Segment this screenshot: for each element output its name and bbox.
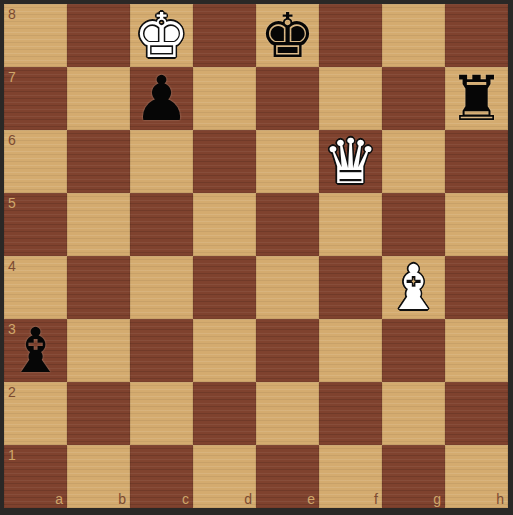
square-b7[interactable] (67, 67, 130, 130)
rank-label-4: 4 (8, 259, 16, 273)
rank-label-8: 8 (8, 7, 16, 21)
square-g6[interactable] (382, 130, 445, 193)
piece-white-queen[interactable]: ♛ (323, 130, 379, 193)
square-d8[interactable] (193, 4, 256, 67)
square-h3[interactable] (445, 319, 508, 382)
square-c5[interactable] (130, 193, 193, 256)
square-e4[interactable] (256, 256, 319, 319)
square-g2[interactable] (382, 382, 445, 445)
piece-white-king[interactable]: ♚ (134, 4, 190, 67)
rank-label-7: 7 (8, 70, 16, 84)
square-d6[interactable] (193, 130, 256, 193)
square-d3[interactable] (193, 319, 256, 382)
square-c6[interactable] (130, 130, 193, 193)
file-label-a: a (55, 492, 63, 506)
square-e3[interactable] (256, 319, 319, 382)
piece-black-king[interactable]: ♚ (260, 4, 316, 67)
file-label-e: e (307, 492, 315, 506)
square-h8[interactable] (445, 4, 508, 67)
square-a4[interactable]: 4 (4, 256, 67, 319)
file-label-b: b (118, 492, 126, 506)
square-d1[interactable]: d (193, 445, 256, 508)
square-b6[interactable] (67, 130, 130, 193)
file-label-f: f (374, 492, 378, 506)
square-d2[interactable] (193, 382, 256, 445)
square-c4[interactable] (130, 256, 193, 319)
square-c7[interactable]: ♟ (130, 67, 193, 130)
square-b3[interactable] (67, 319, 130, 382)
chess-board: 8♚♚7♟♜6♛54♝3♝21abcdefgh (4, 4, 508, 508)
piece-black-pawn[interactable]: ♟ (134, 67, 190, 130)
rank-label-6: 6 (8, 133, 16, 147)
file-label-d: d (244, 492, 252, 506)
square-g4[interactable]: ♝ (382, 256, 445, 319)
square-c3[interactable] (130, 319, 193, 382)
square-h1[interactable]: h (445, 445, 508, 508)
square-f1[interactable]: f (319, 445, 382, 508)
square-f7[interactable] (319, 67, 382, 130)
square-e1[interactable]: e (256, 445, 319, 508)
square-a6[interactable]: 6 (4, 130, 67, 193)
square-b2[interactable] (67, 382, 130, 445)
square-b1[interactable]: b (67, 445, 130, 508)
rank-label-2: 2 (8, 385, 16, 399)
rank-label-5: 5 (8, 196, 16, 210)
square-b4[interactable] (67, 256, 130, 319)
rank-label-1: 1 (8, 448, 16, 462)
board-frame: 8♚♚7♟♜6♛54♝3♝21abcdefgh (0, 0, 513, 515)
square-h5[interactable] (445, 193, 508, 256)
file-label-h: h (496, 492, 504, 506)
square-h4[interactable] (445, 256, 508, 319)
square-h7[interactable]: ♜ (445, 67, 508, 130)
square-g5[interactable] (382, 193, 445, 256)
square-f8[interactable] (319, 4, 382, 67)
file-label-c: c (182, 492, 189, 506)
square-h6[interactable] (445, 130, 508, 193)
square-c1[interactable]: c (130, 445, 193, 508)
piece-black-bishop[interactable]: ♝ (8, 319, 64, 382)
square-a2[interactable]: 2 (4, 382, 67, 445)
square-e7[interactable] (256, 67, 319, 130)
square-a3[interactable]: 3♝ (4, 319, 67, 382)
square-c8[interactable]: ♚ (130, 4, 193, 67)
square-f3[interactable] (319, 319, 382, 382)
square-g7[interactable] (382, 67, 445, 130)
square-e2[interactable] (256, 382, 319, 445)
square-g8[interactable] (382, 4, 445, 67)
square-f5[interactable] (319, 193, 382, 256)
square-b5[interactable] (67, 193, 130, 256)
square-f4[interactable] (319, 256, 382, 319)
square-d4[interactable] (193, 256, 256, 319)
square-c2[interactable] (130, 382, 193, 445)
square-a1[interactable]: 1a (4, 445, 67, 508)
square-h2[interactable] (445, 382, 508, 445)
square-d5[interactable] (193, 193, 256, 256)
piece-black-rook[interactable]: ♜ (449, 67, 505, 130)
square-g1[interactable]: g (382, 445, 445, 508)
square-g3[interactable] (382, 319, 445, 382)
square-d7[interactable] (193, 67, 256, 130)
square-a7[interactable]: 7 (4, 67, 67, 130)
file-label-g: g (433, 492, 441, 506)
square-f6[interactable]: ♛ (319, 130, 382, 193)
square-a8[interactable]: 8 (4, 4, 67, 67)
square-e5[interactable] (256, 193, 319, 256)
square-f2[interactable] (319, 382, 382, 445)
piece-white-bishop[interactable]: ♝ (386, 256, 442, 319)
square-e8[interactable]: ♚ (256, 4, 319, 67)
square-e6[interactable] (256, 130, 319, 193)
square-a5[interactable]: 5 (4, 193, 67, 256)
square-b8[interactable] (67, 4, 130, 67)
